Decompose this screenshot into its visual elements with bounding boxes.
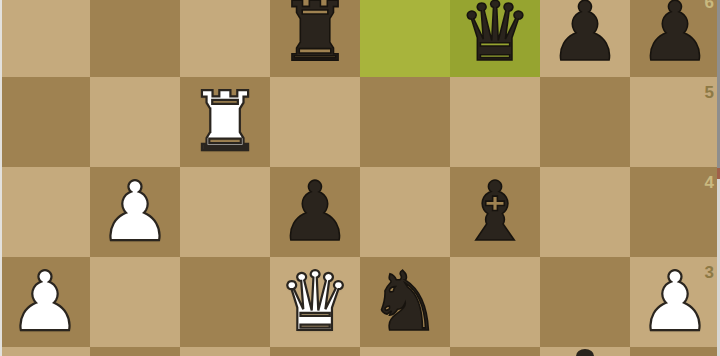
- piece-black-pawn-h6[interactable]: ♟: [630, 0, 720, 77]
- square-b6[interactable]: [90, 0, 180, 77]
- square-h3[interactable]: 3♟: [630, 257, 720, 347]
- piece-white-pawn-b4[interactable]: ♟: [90, 167, 180, 257]
- square-g6[interactable]: ♟: [540, 0, 630, 77]
- square-a4[interactable]: [0, 167, 90, 257]
- square-e4[interactable]: [360, 167, 450, 257]
- square-h4[interactable]: 4: [630, 167, 720, 257]
- square-e6[interactable]: [360, 0, 450, 77]
- chess-board-viewport: ♜♛♟6♟♜5♟♟♝4♟♛♞3♟2: [0, 0, 720, 356]
- square-c4[interactable]: [180, 167, 270, 257]
- square-c6[interactable]: [180, 0, 270, 77]
- square-b5[interactable]: [90, 77, 180, 167]
- square-f6[interactable]: ♛: [450, 0, 540, 77]
- rank-label-5: 5: [705, 83, 714, 103]
- square-a3[interactable]: ♟: [0, 257, 90, 347]
- square-b2[interactable]: [90, 347, 180, 356]
- square-h2[interactable]: 2: [630, 347, 720, 356]
- square-d3[interactable]: ♛: [270, 257, 360, 347]
- piece-white-queen-d3[interactable]: ♛: [270, 257, 360, 347]
- square-f2[interactable]: [450, 347, 540, 356]
- piece-black-queen-f6[interactable]: ♛: [450, 0, 540, 77]
- square-h6[interactable]: 6♟: [630, 0, 720, 77]
- piece-partial-g2[interactable]: [576, 349, 594, 356]
- square-g2[interactable]: [540, 347, 630, 356]
- square-e5[interactable]: [360, 77, 450, 167]
- square-d6[interactable]: ♜: [270, 0, 360, 77]
- square-c3[interactable]: [180, 257, 270, 347]
- square-g5[interactable]: [540, 77, 630, 167]
- piece-black-knight-e3[interactable]: ♞: [360, 257, 450, 347]
- square-g3[interactable]: [540, 257, 630, 347]
- square-c2[interactable]: [180, 347, 270, 356]
- piece-white-rook-c5[interactable]: ♜: [180, 77, 270, 167]
- square-g4[interactable]: [540, 167, 630, 257]
- rank-label-4: 4: [705, 173, 714, 193]
- square-a6[interactable]: [0, 0, 90, 77]
- piece-black-pawn-g6[interactable]: ♟: [540, 0, 630, 77]
- square-b4[interactable]: ♟: [90, 167, 180, 257]
- piece-black-bishop-f4[interactable]: ♝: [450, 167, 540, 257]
- square-b3[interactable]: [90, 257, 180, 347]
- square-f4[interactable]: ♝: [450, 167, 540, 257]
- square-d2[interactable]: [270, 347, 360, 356]
- left-page-edge-strip: [0, 0, 2, 356]
- square-a2[interactable]: [0, 347, 90, 356]
- square-d5[interactable]: [270, 77, 360, 167]
- piece-black-rook-d6[interactable]: ♜: [270, 0, 360, 77]
- piece-black-pawn-d4[interactable]: ♟: [270, 167, 360, 257]
- square-e2[interactable]: [360, 347, 450, 356]
- piece-white-pawn-a3[interactable]: ♟: [0, 257, 90, 347]
- square-d4[interactable]: ♟: [270, 167, 360, 257]
- square-f3[interactable]: [450, 257, 540, 347]
- piece-white-pawn-h3[interactable]: ♟: [630, 257, 720, 347]
- square-a5[interactable]: [0, 77, 90, 167]
- square-e3[interactable]: ♞: [360, 257, 450, 347]
- square-c5[interactable]: ♜: [180, 77, 270, 167]
- chess-board: ♜♛♟6♟♜5♟♟♝4♟♛♞3♟2: [0, 0, 720, 356]
- square-h5[interactable]: 5: [630, 77, 720, 167]
- square-f5[interactable]: [450, 77, 540, 167]
